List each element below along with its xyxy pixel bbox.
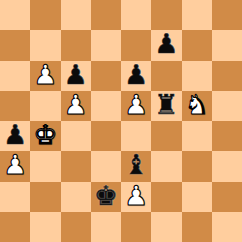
square-a1[interactable] (0, 212, 30, 242)
square-g8[interactable] (182, 0, 212, 30)
square-g3[interactable] (182, 151, 212, 181)
square-e2[interactable]: ♟ (121, 182, 151, 212)
square-c7[interactable] (61, 30, 91, 60)
square-f6[interactable] (151, 61, 181, 91)
square-f1[interactable] (151, 212, 181, 242)
white-pawn-piece[interactable]: ♟ (3, 150, 27, 180)
square-a3[interactable]: ♟ (0, 151, 30, 181)
square-h7[interactable] (212, 30, 242, 60)
square-b8[interactable] (30, 0, 60, 30)
square-a5[interactable] (0, 91, 30, 121)
square-b6[interactable]: ♟ (30, 61, 60, 91)
square-c5[interactable]: ♟ (61, 91, 91, 121)
white-pawn-piece[interactable]: ♟ (33, 60, 57, 90)
square-f8[interactable] (151, 0, 181, 30)
square-h6[interactable] (212, 61, 242, 91)
square-g5[interactable]: ♞ (182, 91, 212, 121)
square-e5[interactable]: ♟ (121, 91, 151, 121)
square-b1[interactable] (30, 212, 60, 242)
square-c3[interactable] (61, 151, 91, 181)
square-f2[interactable] (151, 182, 181, 212)
square-h8[interactable] (212, 0, 242, 30)
square-d7[interactable] (91, 30, 121, 60)
square-a6[interactable] (0, 61, 30, 91)
square-g7[interactable] (182, 30, 212, 60)
black-rook-piece[interactable]: ♜ (154, 90, 178, 120)
chess-board: ♟♟♟♟♟♟♜♞♟♚♟♝♚♟ (0, 0, 242, 242)
square-d8[interactable] (91, 0, 121, 30)
square-g1[interactable] (182, 212, 212, 242)
black-pawn-piece[interactable]: ♟ (124, 60, 148, 90)
white-pawn-piece[interactable]: ♟ (124, 90, 148, 120)
square-a4[interactable]: ♟ (0, 121, 30, 151)
square-g4[interactable] (182, 121, 212, 151)
square-c8[interactable] (61, 0, 91, 30)
square-c4[interactable] (61, 121, 91, 151)
square-a8[interactable] (0, 0, 30, 30)
square-f4[interactable] (151, 121, 181, 151)
square-e7[interactable] (121, 30, 151, 60)
square-d1[interactable] (91, 212, 121, 242)
square-h3[interactable] (212, 151, 242, 181)
square-g2[interactable] (182, 182, 212, 212)
square-e3[interactable]: ♝ (121, 151, 151, 181)
square-e6[interactable]: ♟ (121, 61, 151, 91)
square-e4[interactable] (121, 121, 151, 151)
square-e1[interactable] (121, 212, 151, 242)
black-king-piece[interactable]: ♚ (94, 181, 118, 211)
square-f5[interactable]: ♜ (151, 91, 181, 121)
white-pawn-piece[interactable]: ♟ (64, 90, 88, 120)
white-pawn-piece[interactable]: ♟ (124, 181, 148, 211)
square-b3[interactable] (30, 151, 60, 181)
square-a2[interactable] (0, 182, 30, 212)
black-pawn-piece[interactable]: ♟ (154, 29, 178, 59)
square-c6[interactable]: ♟ (61, 61, 91, 91)
square-b7[interactable] (30, 30, 60, 60)
black-pawn-piece[interactable]: ♟ (64, 60, 88, 90)
square-d6[interactable] (91, 61, 121, 91)
black-bishop-piece[interactable]: ♝ (124, 150, 148, 180)
square-d4[interactable] (91, 121, 121, 151)
square-h4[interactable] (212, 121, 242, 151)
square-d2[interactable]: ♚ (91, 182, 121, 212)
square-d5[interactable] (91, 91, 121, 121)
square-f3[interactable] (151, 151, 181, 181)
square-h1[interactable] (212, 212, 242, 242)
square-b5[interactable] (30, 91, 60, 121)
square-h5[interactable] (212, 91, 242, 121)
white-knight-piece[interactable]: ♞ (185, 90, 209, 120)
square-b4[interactable]: ♚ (30, 121, 60, 151)
square-c1[interactable] (61, 212, 91, 242)
square-a7[interactable] (0, 30, 30, 60)
white-king-piece[interactable]: ♚ (33, 120, 57, 150)
square-d3[interactable] (91, 151, 121, 181)
square-f7[interactable]: ♟ (151, 30, 181, 60)
square-e8[interactable] (121, 0, 151, 30)
square-c2[interactable] (61, 182, 91, 212)
square-h2[interactable] (212, 182, 242, 212)
square-g6[interactable] (182, 61, 212, 91)
square-b2[interactable] (30, 182, 60, 212)
black-pawn-piece[interactable]: ♟ (3, 120, 27, 150)
